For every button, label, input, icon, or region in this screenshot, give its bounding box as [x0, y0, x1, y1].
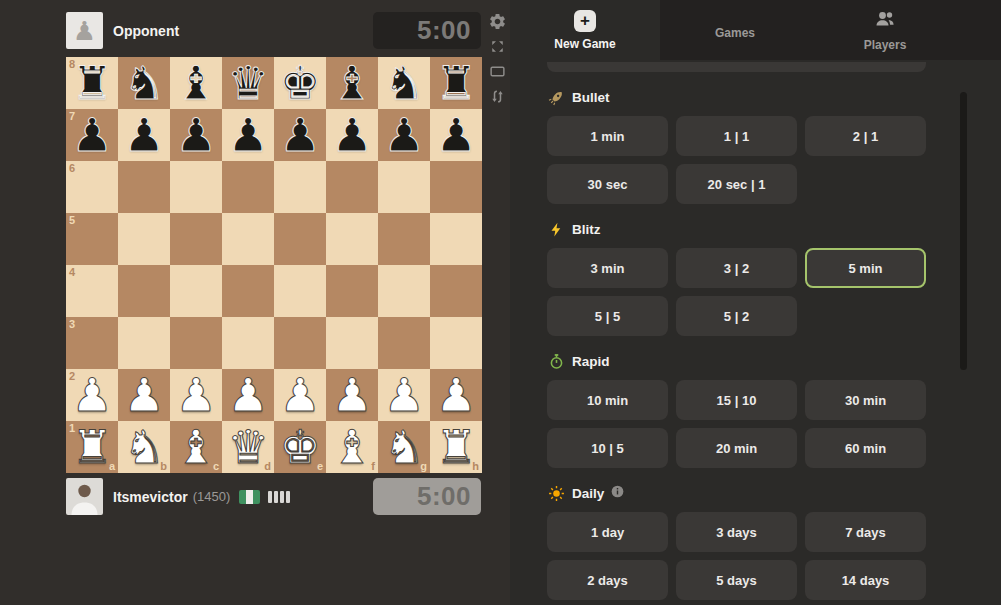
square-e3[interactable]: [274, 317, 326, 369]
square-e2[interactable]: ♟: [274, 369, 326, 421]
rocket-icon: [547, 89, 565, 106]
nigeria-flag-icon: [239, 490, 260, 504]
section-label: Daily: [572, 486, 604, 501]
piece-white-king[interactable]: ♚: [279, 424, 320, 470]
square-e4[interactable]: [274, 265, 326, 317]
scrollbar-thumb[interactable]: [960, 92, 967, 370]
square-d6[interactable]: [222, 161, 274, 213]
new-game-panel: +New GameGamesPlayers Bullet1 min1 | 12 …: [510, 0, 1001, 605]
piece-black-rook[interactable]: ♜: [71, 60, 112, 106]
time-control-5-5[interactable]: 5 | 5: [547, 296, 668, 336]
file-label: h: [472, 461, 479, 472]
square-b4[interactable]: [118, 265, 170, 317]
square-c5[interactable]: [170, 213, 222, 265]
piece-white-pawn[interactable]: ♟: [435, 372, 476, 418]
piece-black-bishop[interactable]: ♝: [175, 60, 216, 106]
time-control-10-min[interactable]: 10 min: [547, 380, 668, 420]
rank-label: 7: [69, 111, 75, 122]
rank-label: 2: [69, 371, 75, 382]
square-f7[interactable]: ♟: [326, 109, 378, 161]
section-daily: Daily1 day3 days7 days2 days5 days14 day…: [547, 484, 926, 600]
square-b8[interactable]: ♞: [118, 57, 170, 109]
bolt-icon: [547, 221, 565, 238]
players-icon: [874, 9, 896, 29]
time-control-5-days[interactable]: 5 days: [676, 560, 797, 600]
square-a6[interactable]: 6: [66, 161, 118, 213]
square-c7[interactable]: ♟: [170, 109, 222, 161]
piece-black-knight[interactable]: ♞: [123, 60, 164, 106]
square-h5[interactable]: [430, 213, 482, 265]
square-d7[interactable]: ♟: [222, 109, 274, 161]
time-control-15-10[interactable]: 15 | 10: [676, 380, 797, 420]
section-label: Blitz: [572, 222, 601, 237]
section-bullet: Bullet1 min1 | 12 | 130 sec20 sec | 1: [547, 88, 926, 204]
square-f4[interactable]: [326, 265, 378, 317]
piece-white-pawn[interactable]: ♟: [331, 372, 372, 418]
file-label: g: [420, 461, 427, 472]
square-g4[interactable]: [378, 265, 430, 317]
piece-black-pawn[interactable]: ♟: [123, 112, 164, 158]
square-a3[interactable]: 3: [66, 317, 118, 369]
player-name[interactable]: Itsmevictor: [113, 489, 188, 505]
square-d4[interactable]: [222, 265, 274, 317]
scrolled-button-partial[interactable]: [547, 62, 926, 72]
piece-white-knight[interactable]: ♞: [383, 424, 424, 470]
square-h2[interactable]: ♟: [430, 369, 482, 421]
player-row: Itsmevictor (1450) 5:00: [66, 478, 481, 515]
time-control-3-min[interactable]: 3 min: [547, 248, 668, 288]
square-d8[interactable]: ♛: [222, 57, 274, 109]
time-control-1-min[interactable]: 1 min: [547, 116, 668, 156]
tab-label: Games: [715, 26, 755, 40]
time-control-3-2[interactable]: 3 | 2: [676, 248, 797, 288]
file-label: e: [317, 461, 323, 472]
settings-button[interactable]: [488, 12, 507, 31]
tab-label: Players: [864, 38, 907, 52]
section-blitz: Blitz3 min3 | 25 min5 | 55 | 2: [547, 220, 926, 336]
expand-icon: [490, 39, 505, 54]
square-a7[interactable]: 7♟: [66, 109, 118, 161]
piece-white-pawn[interactable]: ♟: [227, 372, 268, 418]
square-h3[interactable]: [430, 317, 482, 369]
player-clock: 5:00: [373, 478, 481, 515]
piece-white-knight[interactable]: ♞: [123, 424, 164, 470]
player-photo: [66, 478, 103, 515]
square-f6[interactable]: [326, 161, 378, 213]
piece-black-pawn[interactable]: ♟: [71, 112, 112, 158]
square-f1[interactable]: f♝: [326, 421, 378, 473]
opponent-row: ♟ Opponent 5:00: [66, 12, 481, 49]
piece-white-pawn[interactable]: ♟: [175, 372, 216, 418]
time-control-2-days[interactable]: 2 days: [547, 560, 668, 600]
square-e8[interactable]: ♚: [274, 57, 326, 109]
time-control-7-days[interactable]: 7 days: [805, 512, 926, 552]
file-label: a: [109, 461, 115, 472]
square-b3[interactable]: [118, 317, 170, 369]
piece-white-bishop[interactable]: ♝: [175, 424, 216, 470]
piece-white-bishop[interactable]: ♝: [331, 424, 372, 470]
square-a2[interactable]: 2♟: [66, 369, 118, 421]
time-control-1-1[interactable]: 1 | 1: [676, 116, 797, 156]
square-h8[interactable]: ♜: [430, 57, 482, 109]
file-label: f: [371, 461, 375, 472]
player-avatar[interactable]: [66, 478, 103, 515]
piece-white-pawn[interactable]: ♟: [279, 372, 320, 418]
section-label: Bullet: [572, 90, 610, 105]
time-control-20-min[interactable]: 20 min: [676, 428, 797, 468]
theatre-icon: [489, 63, 506, 80]
tab-games[interactable]: Games: [660, 0, 810, 60]
square-c2[interactable]: ♟: [170, 369, 222, 421]
square-g3[interactable]: [378, 317, 430, 369]
square-b6[interactable]: [118, 161, 170, 213]
rank-label: 1: [69, 423, 75, 434]
chess-board: 8♜♞♝♛♚♝♞♜7♟♟♟♟♟♟♟♟65432♟♟♟♟♟♟♟♟1a♜b♞c♝d♛…: [66, 57, 482, 473]
piece-black-pawn[interactable]: ♟: [435, 112, 476, 158]
piece-white-queen[interactable]: ♛: [227, 424, 268, 470]
square-a5[interactable]: 5: [66, 213, 118, 265]
section-rapid: Rapid10 min15 | 1030 min10 | 520 min60 m…: [547, 352, 926, 468]
flip-board-button[interactable]: [488, 87, 507, 106]
square-e1[interactable]: e♚: [274, 421, 326, 473]
signal-bars-icon: [268, 491, 290, 503]
rank-label: 8: [69, 59, 75, 70]
square-b7[interactable]: ♟: [118, 109, 170, 161]
piece-black-knight[interactable]: ♞: [383, 60, 424, 106]
square-a4[interactable]: 4: [66, 265, 118, 317]
piece-black-pawn[interactable]: ♟: [279, 112, 320, 158]
square-g1[interactable]: g♞: [378, 421, 430, 473]
time-control-60-min[interactable]: 60 min: [805, 428, 926, 468]
piece-black-rook[interactable]: ♜: [435, 60, 476, 106]
time-control-1-day[interactable]: 1 day: [547, 512, 668, 552]
square-g8[interactable]: ♞: [378, 57, 430, 109]
time-control-20-sec-1[interactable]: 20 sec | 1: [676, 164, 797, 204]
tab-players[interactable]: Players: [810, 0, 960, 60]
piece-black-pawn[interactable]: ♟: [383, 112, 424, 158]
square-e5[interactable]: [274, 213, 326, 265]
settings-icon: [488, 12, 507, 31]
square-b2[interactable]: ♟: [118, 369, 170, 421]
panel-content: Bullet1 min1 | 12 | 130 sec20 sec | 1Bli…: [547, 60, 926, 600]
square-d3[interactable]: [222, 317, 274, 369]
square-c4[interactable]: [170, 265, 222, 317]
theatre-button[interactable]: [488, 62, 507, 81]
piece-black-queen[interactable]: ♛: [227, 60, 268, 106]
time-control-5-min[interactable]: 5 min: [805, 248, 926, 288]
square-f8[interactable]: ♝: [326, 57, 378, 109]
board-controls: [487, 12, 507, 106]
pawn-avatar-icon: ♟: [73, 18, 96, 44]
piece-white-rook[interactable]: ♜: [435, 424, 476, 470]
time-control-14-days[interactable]: 14 days: [805, 560, 926, 600]
sun-icon: [547, 485, 565, 502]
square-b5[interactable]: [118, 213, 170, 265]
rank-label: 4: [69, 267, 75, 278]
square-h7[interactable]: ♟: [430, 109, 482, 161]
flip-board-icon: [489, 88, 506, 105]
plus-icon: +: [574, 10, 596, 32]
tab-new-game[interactable]: +New Game: [510, 0, 660, 60]
time-control-5-2[interactable]: 5 | 2: [676, 296, 797, 336]
time-control-10-5[interactable]: 10 | 5: [547, 428, 668, 468]
rank-label: 5: [69, 215, 75, 226]
square-d2[interactable]: ♟: [222, 369, 274, 421]
square-c8[interactable]: ♝: [170, 57, 222, 109]
time-control-30-sec[interactable]: 30 sec: [547, 164, 668, 204]
time-control-30-min[interactable]: 30 min: [805, 380, 926, 420]
opponent-avatar[interactable]: ♟: [66, 12, 103, 49]
square-g2[interactable]: ♟: [378, 369, 430, 421]
opponent-clock: 5:00: [373, 12, 481, 49]
stopwatch-icon: [547, 353, 565, 370]
info-icon[interactable]: [611, 484, 624, 502]
piece-black-bishop[interactable]: ♝: [331, 60, 372, 106]
square-e7[interactable]: ♟: [274, 109, 326, 161]
file-label: d: [264, 461, 271, 472]
piece-black-pawn[interactable]: ♟: [175, 112, 216, 158]
square-h6[interactable]: [430, 161, 482, 213]
square-d5[interactable]: [222, 213, 274, 265]
rank-label: 3: [69, 319, 75, 330]
piece-white-rook[interactable]: ♜: [71, 424, 112, 470]
square-g6[interactable]: [378, 161, 430, 213]
file-label: b: [160, 461, 167, 472]
square-c3[interactable]: [170, 317, 222, 369]
piece-black-king[interactable]: ♚: [279, 60, 320, 106]
piece-black-pawn[interactable]: ♟: [227, 112, 268, 158]
square-c1[interactable]: c♝: [170, 421, 222, 473]
square-b1[interactable]: b♞: [118, 421, 170, 473]
square-e6[interactable]: [274, 161, 326, 213]
piece-white-pawn[interactable]: ♟: [123, 372, 164, 418]
square-c6[interactable]: [170, 161, 222, 213]
piece-white-pawn[interactable]: ♟: [71, 372, 112, 418]
square-d1[interactable]: d♛: [222, 421, 274, 473]
square-a1[interactable]: 1a♜: [66, 421, 118, 473]
expand-button[interactable]: [488, 37, 507, 56]
tab-bar: +New GameGamesPlayers: [510, 0, 1001, 60]
tab-label: New Game: [554, 37, 615, 51]
section-label: Rapid: [572, 354, 610, 369]
file-label: c: [213, 461, 219, 472]
square-g5[interactable]: [378, 213, 430, 265]
app-root: ♟ Opponent 5:00 8♜♞♝♛♚♝♞♜7♟♟♟♟♟♟♟♟65432♟…: [0, 0, 1001, 605]
square-g7[interactable]: ♟: [378, 109, 430, 161]
square-h1[interactable]: h♜: [430, 421, 482, 473]
time-control-2-1[interactable]: 2 | 1: [805, 116, 926, 156]
piece-white-pawn[interactable]: ♟: [383, 372, 424, 418]
opponent-name[interactable]: Opponent: [113, 23, 179, 39]
square-f2[interactable]: ♟: [326, 369, 378, 421]
rank-label: 6: [69, 163, 75, 174]
player-rating: (1450): [193, 489, 231, 504]
square-f5[interactable]: [326, 213, 378, 265]
square-a8[interactable]: 8♜: [66, 57, 118, 109]
piece-black-pawn[interactable]: ♟: [331, 112, 372, 158]
time-control-3-days[interactable]: 3 days: [676, 512, 797, 552]
square-h4[interactable]: [430, 265, 482, 317]
square-f3[interactable]: [326, 317, 378, 369]
